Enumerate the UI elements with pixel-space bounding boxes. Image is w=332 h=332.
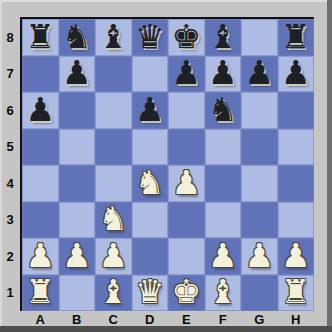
piece-black-pawn: ♟	[171, 56, 201, 89]
square-a1[interactable]: ♜	[22, 275, 59, 312]
piece-white-knight: ♞	[98, 202, 128, 235]
square-e5[interactable]	[168, 129, 205, 166]
square-a5[interactable]	[22, 129, 59, 166]
frame-bevel-right	[327, 0, 332, 332]
piece-black-pawn: ♟	[244, 56, 274, 89]
square-d8[interactable]: ♛	[132, 19, 169, 56]
piece-white-bishop: ♝	[98, 275, 128, 308]
square-a7[interactable]	[22, 56, 59, 93]
rank-label-5: 5	[0, 129, 20, 166]
square-d5[interactable]	[132, 129, 169, 166]
square-h4[interactable]	[278, 165, 315, 202]
square-h7[interactable]: ♟	[278, 56, 315, 93]
square-b3[interactable]	[59, 202, 96, 239]
piece-black-pawn: ♟	[135, 93, 165, 126]
file-label-g: G	[241, 311, 278, 327]
square-b2[interactable]: ♟	[59, 238, 96, 275]
piece-white-rook: ♜	[281, 275, 311, 308]
piece-black-knight: ♞	[62, 20, 92, 53]
piece-white-rook: ♜	[25, 275, 55, 308]
square-e2[interactable]	[168, 238, 205, 275]
piece-white-pawn: ♟	[244, 239, 274, 272]
square-b7[interactable]: ♟	[59, 56, 96, 93]
square-g1[interactable]	[241, 275, 278, 312]
square-c5[interactable]	[95, 129, 132, 166]
file-label-h: H	[278, 311, 315, 327]
square-g2[interactable]: ♟	[241, 238, 278, 275]
rank-label-2: 2	[0, 238, 20, 275]
square-f3[interactable]	[205, 202, 242, 239]
square-e6[interactable]	[168, 92, 205, 129]
square-h2[interactable]: ♟	[278, 238, 315, 275]
file-labels: ABCDEFGH	[22, 311, 314, 327]
file-label-c: C	[95, 311, 132, 327]
square-f7[interactable]: ♟	[205, 56, 242, 93]
piece-black-pawn: ♟	[281, 56, 311, 89]
square-d6[interactable]: ♟	[132, 92, 169, 129]
square-g5[interactable]	[241, 129, 278, 166]
square-f8[interactable]: ♝	[205, 19, 242, 56]
rank-label-6: 6	[0, 92, 20, 129]
rank-label-7: 7	[0, 56, 20, 93]
piece-white-king: ♚	[171, 275, 201, 308]
square-b8[interactable]: ♞	[59, 19, 96, 56]
square-c4[interactable]	[95, 165, 132, 202]
square-c3[interactable]: ♞	[95, 202, 132, 239]
square-f5[interactable]	[205, 129, 242, 166]
piece-black-rook: ♜	[281, 20, 311, 53]
board-border: ♜♞♝♛♚♝♜♟♟♟♟♟♟♟♞♞♟♞♟♟♟♟♟♟♜♝♛♚♝♜	[20, 17, 314, 311]
square-f6[interactable]: ♞	[205, 92, 242, 129]
square-b5[interactable]	[59, 129, 96, 166]
square-h5[interactable]	[278, 129, 315, 166]
piece-white-pawn: ♟	[98, 239, 128, 272]
piece-black-knight: ♞	[208, 93, 238, 126]
square-c1[interactable]: ♝	[95, 275, 132, 312]
piece-white-pawn: ♟	[171, 166, 201, 199]
square-d3[interactable]	[132, 202, 169, 239]
piece-white-pawn: ♟	[62, 239, 92, 272]
rank-label-1: 1	[0, 275, 20, 312]
square-e7[interactable]: ♟	[168, 56, 205, 93]
square-g4[interactable]	[241, 165, 278, 202]
square-e8[interactable]: ♚	[168, 19, 205, 56]
square-d2[interactable]	[132, 238, 169, 275]
square-c8[interactable]: ♝	[95, 19, 132, 56]
square-c7[interactable]	[95, 56, 132, 93]
square-h3[interactable]	[278, 202, 315, 239]
rank-label-3: 3	[0, 202, 20, 239]
square-a3[interactable]	[22, 202, 59, 239]
file-label-d: D	[132, 311, 169, 327]
piece-white-bishop: ♝	[208, 275, 238, 308]
square-b6[interactable]	[59, 92, 96, 129]
piece-black-king: ♚	[171, 20, 201, 53]
square-a4[interactable]	[22, 165, 59, 202]
square-e1[interactable]: ♚	[168, 275, 205, 312]
square-e4[interactable]: ♟	[168, 165, 205, 202]
board-frame: 87654321 ♜♞♝♛♚♝♜♟♟♟♟♟♟♟♞♞♟♞♟♟♟♟♟♟♜♝♛♚♝♜ …	[0, 0, 332, 332]
square-h6[interactable]	[278, 92, 315, 129]
square-d4[interactable]: ♞	[132, 165, 169, 202]
square-h1[interactable]: ♜	[278, 275, 315, 312]
square-d7[interactable]	[132, 56, 169, 93]
frame-bevel-top	[0, 0, 332, 2]
square-b4[interactable]	[59, 165, 96, 202]
piece-black-bishop: ♝	[98, 20, 128, 53]
square-f4[interactable]	[205, 165, 242, 202]
piece-white-queen: ♛	[135, 275, 165, 308]
square-a2[interactable]: ♟	[22, 238, 59, 275]
square-e3[interactable]	[168, 202, 205, 239]
piece-white-pawn: ♟	[208, 239, 238, 272]
square-f1[interactable]: ♝	[205, 275, 242, 312]
square-a6[interactable]: ♟	[22, 92, 59, 129]
square-g6[interactable]	[241, 92, 278, 129]
chess-board: ♜♞♝♛♚♝♜♟♟♟♟♟♟♟♞♞♟♞♟♟♟♟♟♟♜♝♛♚♝♜	[22, 19, 314, 311]
piece-black-bishop: ♝	[208, 20, 238, 53]
piece-black-rook: ♜	[25, 20, 55, 53]
square-f2[interactable]: ♟	[205, 238, 242, 275]
rank-labels: 87654321	[0, 19, 20, 311]
square-g3[interactable]	[241, 202, 278, 239]
square-c6[interactable]	[95, 92, 132, 129]
square-h8[interactable]: ♜	[278, 19, 315, 56]
piece-black-queen: ♛	[135, 20, 165, 53]
rank-label-4: 4	[0, 165, 20, 202]
square-b1[interactable]	[59, 275, 96, 312]
file-label-a: A	[22, 311, 59, 327]
file-label-b: B	[59, 311, 96, 327]
piece-white-pawn: ♟	[281, 239, 311, 272]
piece-white-knight: ♞	[135, 166, 165, 199]
square-d1[interactable]: ♛	[132, 275, 169, 312]
square-c2[interactable]: ♟	[95, 238, 132, 275]
piece-black-pawn: ♟	[25, 93, 55, 126]
square-a8[interactable]: ♜	[22, 19, 59, 56]
piece-black-pawn: ♟	[208, 56, 238, 89]
square-g8[interactable]	[241, 19, 278, 56]
piece-black-pawn: ♟	[62, 56, 92, 89]
piece-white-pawn: ♟	[25, 239, 55, 272]
square-g7[interactable]: ♟	[241, 56, 278, 93]
rank-label-8: 8	[0, 19, 20, 56]
file-label-e: E	[168, 311, 205, 327]
file-label-f: F	[205, 311, 242, 327]
